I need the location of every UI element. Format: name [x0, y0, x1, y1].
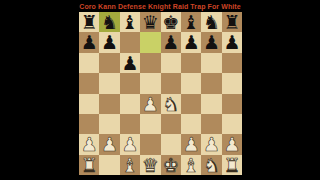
- square-a2[interactable]: ♟: [79, 134, 99, 154]
- square-a4[interactable]: [79, 94, 99, 114]
- square-d8[interactable]: ♛: [140, 12, 160, 32]
- square-c1[interactable]: ♝: [120, 155, 140, 175]
- square-f6[interactable]: [181, 53, 201, 73]
- black-pawn-g7: ♟: [203, 32, 220, 52]
- square-h3[interactable]: [222, 114, 242, 134]
- square-d5[interactable]: [140, 73, 160, 93]
- square-d2[interactable]: [140, 134, 160, 154]
- black-rook-h8: ♜: [223, 12, 240, 32]
- square-f3[interactable]: [181, 114, 201, 134]
- white-pawn-f2: ♟: [183, 134, 200, 154]
- square-a6[interactable]: [79, 53, 99, 73]
- white-pawn-b2: ♟: [101, 134, 118, 154]
- square-g4[interactable]: [201, 94, 221, 114]
- square-e2[interactable]: [161, 134, 181, 154]
- square-f4[interactable]: [181, 94, 201, 114]
- square-b3[interactable]: [99, 114, 119, 134]
- square-b4[interactable]: [99, 94, 119, 114]
- square-f7[interactable]: ♟: [181, 32, 201, 52]
- square-c7[interactable]: [120, 32, 140, 52]
- square-f1[interactable]: ♝: [181, 155, 201, 175]
- square-h5[interactable]: [222, 73, 242, 93]
- white-queen-d1: ♛: [142, 154, 159, 174]
- white-bishop-c1: ♝: [121, 154, 138, 174]
- square-a1[interactable]: ♜: [79, 155, 99, 175]
- square-c5[interactable]: [120, 73, 140, 93]
- black-pawn-b7: ♟: [101, 32, 118, 52]
- white-pawn-c2: ♟: [121, 134, 138, 154]
- square-b6[interactable]: [99, 53, 119, 73]
- square-d6[interactable]: [140, 53, 160, 73]
- square-g1[interactable]: ♞: [201, 155, 221, 175]
- square-e7[interactable]: ♟: [161, 32, 181, 52]
- square-c4[interactable]: [120, 94, 140, 114]
- square-b1[interactable]: [99, 155, 119, 175]
- white-pawn-d4: ♟: [142, 93, 159, 113]
- square-h7[interactable]: ♟: [222, 32, 242, 52]
- white-pawn-h2: ♟: [223, 134, 240, 154]
- square-b5[interactable]: [99, 73, 119, 93]
- square-c6[interactable]: ♟: [120, 53, 140, 73]
- square-a7[interactable]: ♟: [79, 32, 99, 52]
- square-c2[interactable]: ♟: [120, 134, 140, 154]
- white-pawn-g2: ♟: [203, 134, 220, 154]
- square-a8[interactable]: ♜: [79, 12, 99, 32]
- black-king-e8: ♚: [162, 12, 179, 32]
- black-rook-a8: ♜: [81, 12, 98, 32]
- square-b8[interactable]: ♞: [99, 12, 119, 32]
- square-g8[interactable]: ♞: [201, 12, 221, 32]
- black-knight-b8: ♞: [101, 12, 118, 32]
- square-e3[interactable]: [161, 114, 181, 134]
- square-e6[interactable]: [161, 53, 181, 73]
- black-pawn-a7: ♟: [81, 32, 98, 52]
- square-h1[interactable]: ♜: [222, 155, 242, 175]
- black-pawn-c6: ♟: [121, 52, 138, 72]
- black-knight-g8: ♞: [203, 12, 220, 32]
- square-b2[interactable]: ♟: [99, 134, 119, 154]
- square-h2[interactable]: ♟: [222, 134, 242, 154]
- square-f2[interactable]: ♟: [181, 134, 201, 154]
- black-pawn-e7: ♟: [162, 32, 179, 52]
- white-king-e1: ♚: [162, 154, 179, 174]
- video-title: Coro Kann Defense Knight Raid Trap For W…: [79, 3, 241, 10]
- square-c3[interactable]: [120, 114, 140, 134]
- black-bishop-c8: ♝: [121, 12, 138, 32]
- square-g6[interactable]: [201, 53, 221, 73]
- black-pawn-f7: ♟: [183, 32, 200, 52]
- square-e1[interactable]: ♚: [161, 155, 181, 175]
- square-d7[interactable]: [140, 32, 160, 52]
- square-g2[interactable]: ♟: [201, 134, 221, 154]
- square-a3[interactable]: [79, 114, 99, 134]
- square-e8[interactable]: ♚: [161, 12, 181, 32]
- white-rook-a1: ♜: [81, 154, 98, 174]
- square-g5[interactable]: [201, 73, 221, 93]
- white-knight-g1: ♞: [203, 154, 220, 174]
- title-bar: Coro Kann Defense Knight Raid Trap For W…: [0, 0, 320, 12]
- black-queen-d8: ♛: [142, 12, 159, 32]
- square-d1[interactable]: ♛: [140, 155, 160, 175]
- square-a5[interactable]: [79, 73, 99, 93]
- black-bishop-f8: ♝: [183, 12, 200, 32]
- white-pawn-a2: ♟: [81, 134, 98, 154]
- square-g7[interactable]: ♟: [201, 32, 221, 52]
- square-d4[interactable]: ♟: [140, 94, 160, 114]
- square-h6[interactable]: [222, 53, 242, 73]
- square-d3[interactable]: [140, 114, 160, 134]
- chess-board: ♜♞♝♛♚♝♞♜♟♟♟♟♟♟♟♟♞♟♟♟♟♟♟♜♝♛♚♝♞♜: [79, 12, 242, 175]
- square-h8[interactable]: ♜: [222, 12, 242, 32]
- black-pawn-h7: ♟: [223, 32, 240, 52]
- white-knight-e4: ♞: [162, 93, 179, 113]
- white-bishop-f1: ♝: [183, 154, 200, 174]
- square-c8[interactable]: ♝: [120, 12, 140, 32]
- square-g3[interactable]: [201, 114, 221, 134]
- square-e5[interactable]: [161, 73, 181, 93]
- square-b7[interactable]: ♟: [99, 32, 119, 52]
- square-f8[interactable]: ♝: [181, 12, 201, 32]
- square-e4[interactable]: ♞: [161, 94, 181, 114]
- white-rook-h1: ♜: [223, 154, 240, 174]
- square-f5[interactable]: [181, 73, 201, 93]
- square-h4[interactable]: [222, 94, 242, 114]
